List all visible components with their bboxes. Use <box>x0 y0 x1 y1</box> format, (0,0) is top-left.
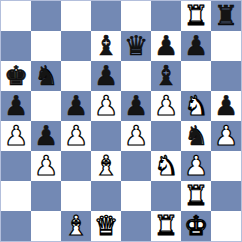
square-h3[interactable] <box>211 151 241 181</box>
square-g6[interactable] <box>181 61 211 91</box>
square-d2[interactable] <box>91 181 121 211</box>
square-a5[interactable]: ♟ <box>1 91 31 121</box>
white-rook[interactable]: ♜ <box>184 1 208 31</box>
square-g2[interactable]: ♜ <box>181 181 211 211</box>
square-b3[interactable]: ♟ <box>31 151 61 181</box>
square-c4[interactable]: ♟ <box>61 121 91 151</box>
black-queen[interactable]: ♛ <box>124 31 148 61</box>
square-f4[interactable] <box>151 121 181 151</box>
square-a3[interactable] <box>1 151 31 181</box>
square-f3[interactable]: ♞ <box>151 151 181 181</box>
square-f2[interactable] <box>151 181 181 211</box>
white-pawn[interactable]: ♟ <box>4 121 28 151</box>
square-c2[interactable] <box>61 181 91 211</box>
white-pawn[interactable]: ♟ <box>214 121 238 151</box>
square-e4[interactable]: ♟ <box>121 121 151 151</box>
white-queen[interactable]: ♛ <box>94 211 118 241</box>
white-knight[interactable]: ♞ <box>154 151 178 181</box>
square-d8[interactable] <box>91 1 121 31</box>
square-g1[interactable]: ♚ <box>181 211 211 241</box>
black-pawn[interactable]: ♟ <box>94 61 118 91</box>
square-g3[interactable]: ♟ <box>181 151 211 181</box>
square-c3[interactable] <box>61 151 91 181</box>
square-b8[interactable] <box>31 1 61 31</box>
square-h2[interactable] <box>211 181 241 211</box>
square-a8[interactable] <box>1 1 31 31</box>
square-d4[interactable] <box>91 121 121 151</box>
black-rook[interactable]: ♜ <box>214 1 238 31</box>
white-pawn[interactable]: ♟ <box>154 91 178 121</box>
square-d7[interactable]: ♝ <box>91 31 121 61</box>
square-g4[interactable]: ♞ <box>181 121 211 151</box>
white-pawn[interactable]: ♟ <box>124 121 148 151</box>
square-g8[interactable]: ♜ <box>181 1 211 31</box>
square-b4[interactable]: ♟ <box>31 121 61 151</box>
white-knight[interactable]: ♞ <box>184 91 208 121</box>
white-pawn[interactable]: ♟ <box>184 151 208 181</box>
black-bishop[interactable]: ♝ <box>94 31 118 61</box>
square-d3[interactable]: ♝ <box>91 151 121 181</box>
square-b6[interactable]: ♞ <box>31 61 61 91</box>
square-a1[interactable] <box>1 211 31 241</box>
square-h8[interactable]: ♜ <box>211 1 241 31</box>
square-b1[interactable] <box>31 211 61 241</box>
square-e5[interactable]: ♟ <box>121 91 151 121</box>
chess-board: ♜♜♝♛♟♟♚♞♟♝♟♟♟♟♟♞♟♟♟♟♟♞♟♟♝♞♟♜♝♛♜♚ <box>1 1 241 241</box>
square-d1[interactable]: ♛ <box>91 211 121 241</box>
white-king[interactable]: ♚ <box>184 211 208 241</box>
black-pawn[interactable]: ♟ <box>124 91 148 121</box>
black-pawn[interactable]: ♟ <box>154 31 178 61</box>
white-pawn[interactable]: ♟ <box>34 151 58 181</box>
square-a7[interactable] <box>1 31 31 61</box>
black-pawn[interactable]: ♟ <box>64 91 88 121</box>
black-pawn[interactable]: ♟ <box>184 31 208 61</box>
square-f1[interactable]: ♜ <box>151 211 181 241</box>
square-d6[interactable]: ♟ <box>91 61 121 91</box>
square-b2[interactable] <box>31 181 61 211</box>
black-king[interactable]: ♚ <box>4 61 28 91</box>
square-h5[interactable]: ♟ <box>211 91 241 121</box>
square-h7[interactable] <box>211 31 241 61</box>
square-g5[interactable]: ♞ <box>181 91 211 121</box>
square-b7[interactable] <box>31 31 61 61</box>
white-rook[interactable]: ♜ <box>184 181 208 211</box>
square-g7[interactable]: ♟ <box>181 31 211 61</box>
square-f6[interactable]: ♝ <box>151 61 181 91</box>
square-f8[interactable] <box>151 1 181 31</box>
white-bishop[interactable]: ♝ <box>94 151 118 181</box>
square-e6[interactable] <box>121 61 151 91</box>
square-b5[interactable] <box>31 91 61 121</box>
square-f7[interactable]: ♟ <box>151 31 181 61</box>
square-h6[interactable] <box>211 61 241 91</box>
black-pawn[interactable]: ♟ <box>4 91 28 121</box>
square-a6[interactable]: ♚ <box>1 61 31 91</box>
black-knight[interactable]: ♞ <box>34 61 58 91</box>
square-e2[interactable] <box>121 181 151 211</box>
chess-board-frame: ♜♜♝♛♟♟♚♞♟♝♟♟♟♟♟♞♟♟♟♟♟♞♟♟♝♞♟♜♝♛♜♚ <box>0 0 242 242</box>
square-e3[interactable] <box>121 151 151 181</box>
black-knight[interactable]: ♞ <box>184 121 208 151</box>
square-f5[interactable]: ♟ <box>151 91 181 121</box>
square-c5[interactable]: ♟ <box>61 91 91 121</box>
square-h4[interactable]: ♟ <box>211 121 241 151</box>
square-a4[interactable]: ♟ <box>1 121 31 151</box>
square-a2[interactable] <box>1 181 31 211</box>
square-e8[interactable] <box>121 1 151 31</box>
white-pawn[interactable]: ♟ <box>64 121 88 151</box>
square-c7[interactable] <box>61 31 91 61</box>
square-e7[interactable]: ♛ <box>121 31 151 61</box>
black-pawn[interactable]: ♟ <box>214 91 238 121</box>
square-c8[interactable] <box>61 1 91 31</box>
white-rook[interactable]: ♜ <box>154 211 178 241</box>
square-c1[interactable]: ♝ <box>61 211 91 241</box>
square-e1[interactable] <box>121 211 151 241</box>
white-bishop[interactable]: ♝ <box>64 211 88 241</box>
black-pawn[interactable]: ♟ <box>34 121 58 151</box>
black-bishop[interactable]: ♝ <box>154 61 178 91</box>
square-h1[interactable] <box>211 211 241 241</box>
square-d5[interactable]: ♟ <box>91 91 121 121</box>
white-pawn[interactable]: ♟ <box>94 91 118 121</box>
square-c6[interactable] <box>61 61 91 91</box>
